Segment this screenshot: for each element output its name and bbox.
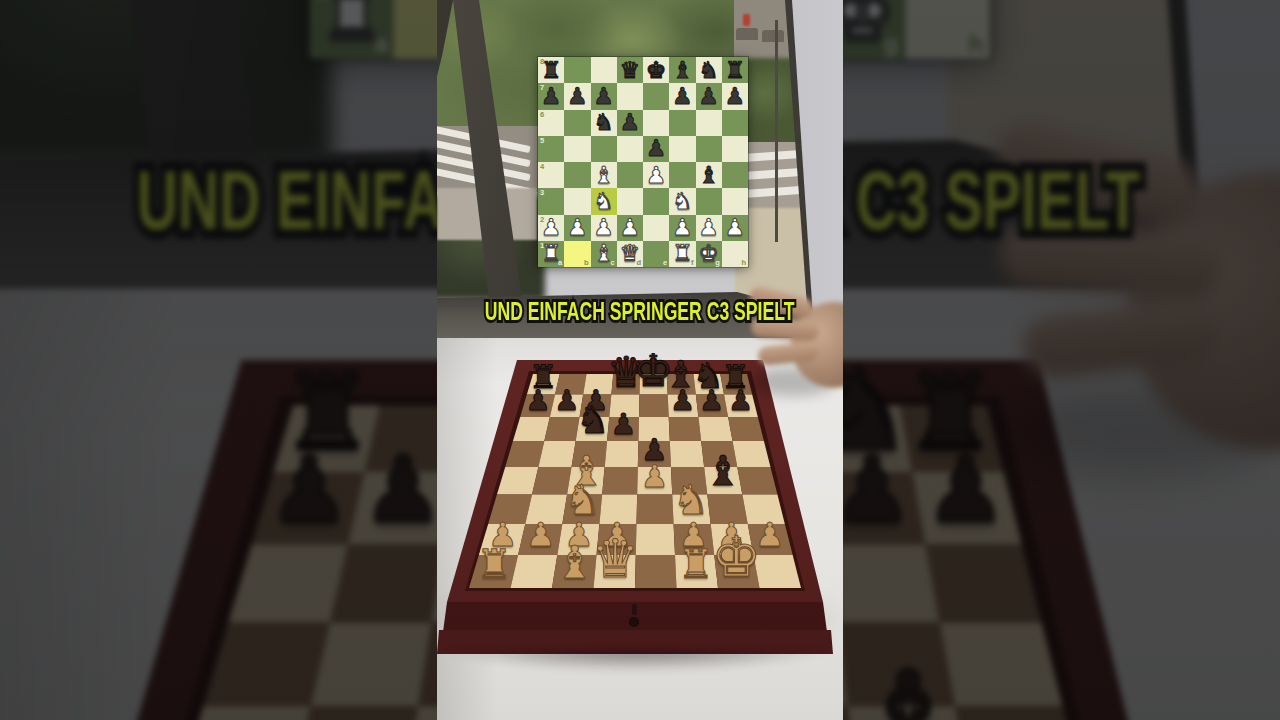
square-h7: ♟ (722, 83, 748, 109)
physical-piece-black-pawn-g7: ♟ (699, 387, 724, 415)
square-b3 (564, 188, 590, 214)
hand-finger (750, 317, 819, 342)
physical-piece-white-rook-a1: ♜ (476, 545, 512, 585)
file-label-e: e (663, 259, 667, 267)
rank-label-8: 8 (540, 58, 544, 66)
piece-black-pawn-e5: ♟ (643, 136, 669, 162)
physical-piece-white-pawn-d2: ♟ (602, 520, 631, 553)
square-d6: ♟ (617, 110, 643, 136)
board-base-shadow (437, 650, 833, 672)
physical-square-c1 (437, 0, 843, 720)
street-right (734, 142, 814, 212)
physical-piece-black-pawn-e5: ♟ (641, 435, 668, 465)
piece-black-knight-g8: ♞ (696, 57, 722, 83)
physical-square-b1 (437, 0, 843, 720)
physical-square-f8 (437, 0, 843, 720)
piece-black-pawn-h7: ♟ (722, 83, 748, 109)
physical-square-d8 (437, 0, 843, 720)
physical-square-f3 (437, 0, 843, 720)
physical-square-g8 (437, 0, 843, 720)
sidewalk-left (437, 188, 537, 240)
square-f4 (669, 162, 695, 188)
square-h5 (722, 136, 748, 162)
physical-square-e1 (437, 0, 843, 720)
square-h2: ♟ (722, 215, 748, 241)
right-panel-dim-overlay (843, 0, 1280, 720)
file-label-c: c (611, 259, 615, 267)
physical-square-b5 (437, 0, 843, 720)
square-h4 (722, 162, 748, 188)
trees-lower-left (437, 196, 545, 300)
physical-square-e8 (437, 0, 843, 720)
square-d8: ♛ (617, 57, 643, 83)
square-d3 (617, 188, 643, 214)
physical-piece-white-pawn-f2: ♟ (679, 520, 708, 553)
physical-board-frame-edge (437, 0, 843, 720)
piece-black-pawn-b7: ♟ (564, 83, 590, 109)
physical-piece-black-pawn-f7: ♟ (670, 387, 695, 415)
physical-square-b6 (437, 0, 843, 720)
file-label-h: h (741, 259, 746, 267)
piece-black-bishop-f8: ♝ (669, 57, 695, 83)
physical-square-c8 (437, 0, 843, 720)
hand-shadow (751, 368, 835, 396)
piece-black-king-e8: ♚ (643, 57, 669, 83)
square-a4: 4 (538, 162, 564, 188)
square-a5: 5 (538, 136, 564, 162)
square-d5 (617, 136, 643, 162)
street-left (437, 126, 539, 192)
rank-label-2: 2 (540, 216, 544, 224)
physical-piece-black-bishop-f8: ♝ (665, 357, 698, 394)
left-zoom-panel: ♜♛♚♝♞♜♟♟♟♟♟♟♞♟♟♝♟♝♞♞♟♟♟♟♟♟♟♜♝♛♜♚ 8♜♛♚♝♞♜… (0, 0, 437, 720)
physical-piece-white-bishop-c4: ♝ (568, 451, 605, 492)
square-c8 (591, 57, 617, 83)
square-b5 (564, 136, 590, 162)
piece-black-bishop-g4: ♝ (696, 162, 722, 188)
building-view (734, 0, 812, 78)
square-e3 (643, 188, 669, 214)
square-b7: ♟ (564, 83, 590, 109)
physical-square-a5 (437, 0, 843, 720)
physical-square-g2 (437, 0, 843, 720)
physical-square-c5 (437, 0, 843, 720)
crosswalk-stripe (736, 149, 808, 162)
piece-white-pawn-c2: ♟ (591, 215, 617, 241)
hand (749, 276, 843, 406)
square-d1: d♛ (617, 241, 643, 267)
crosswalk-stripe (437, 168, 531, 195)
physical-square-f1 (437, 0, 843, 720)
window-frame-corner (437, 0, 457, 80)
wall-right (437, 0, 843, 348)
physical-square-f2 (437, 0, 843, 720)
file-label-d: d (636, 259, 641, 267)
caption-outline: UND EINFACH SPRINGER C3 SPIELT (485, 296, 795, 327)
piece-black-pawn-d6: ♟ (617, 110, 643, 136)
crosswalk-stripe (437, 154, 531, 181)
file-label-a: a (558, 259, 562, 267)
window-frame-mullion (437, 0, 843, 348)
physical-square-e5 (437, 0, 843, 720)
square-c5 (591, 136, 617, 162)
physical-piece-black-knight-g8: ♞ (692, 358, 724, 394)
square-d7 (617, 83, 643, 109)
physical-square-g7 (437, 0, 843, 720)
physical-piece-white-knight-c3: ♞ (564, 480, 601, 521)
square-b6 (564, 110, 590, 136)
physical-piece-white-knight-f3: ♞ (672, 480, 709, 521)
physical-square-b8 (437, 0, 843, 720)
right-zoom-panel: ♜♛♚♝♞♜♟♟♟♟♟♟♞♟♟♝♟♝♞♞♟♟♟♟♟♟♟♜♝♛♜♚ 8♜♛♚♝♞♜… (843, 0, 1280, 720)
square-c6: ♞ (591, 110, 617, 136)
piece-white-pawn-a2: ♟ (538, 215, 564, 241)
physical-piece-black-rook-a8: ♜ (529, 361, 558, 393)
window-frame-right-edge (437, 0, 843, 348)
physical-square-a7 (437, 0, 843, 720)
physical-piece-white-pawn-a2: ♟ (488, 520, 517, 553)
crosswalk-stripe (736, 185, 808, 198)
physical-square-d5 (437, 0, 843, 720)
square-b4 (564, 162, 590, 188)
traffic-light (743, 14, 750, 26)
physical-square-d7 (437, 0, 843, 720)
physical-square-e2 (437, 0, 843, 720)
physical-square-c3 (437, 0, 843, 720)
left-panel-dim-overlay (0, 0, 437, 720)
square-h1: h (722, 241, 748, 267)
drawer-keyhole (632, 604, 637, 615)
physical-square-c7 (437, 0, 843, 720)
square-c3: ♞ (591, 188, 617, 214)
piece-white-king-g1: ♚ (696, 241, 722, 267)
awning (736, 28, 758, 40)
square-e5: ♟ (643, 136, 669, 162)
physical-square-d2 (437, 0, 843, 720)
file-label-b: b (584, 259, 589, 267)
physical-piece-white-pawn-c2: ♟ (564, 520, 593, 553)
square-g3 (696, 188, 722, 214)
piece-black-pawn-g7: ♟ (696, 83, 722, 109)
caption-text: UND EINFACH SPRINGER C3 SPIELT (485, 296, 795, 326)
windowsill (437, 292, 843, 348)
square-a6: 6 (538, 110, 564, 136)
piece-white-rook-f1: ♜ (669, 241, 695, 267)
physical-square-h5 (437, 0, 843, 720)
physical-piece-black-knight-c6: ♞ (576, 402, 610, 440)
physical-chess-board: ♜♛♚♝♞♜♟♟♟♟♟♟♞♟♟♝♟♝♞♞♟♟♟♟♟♟♟♜♝♛♜♚ (437, 0, 843, 720)
square-b8 (564, 57, 590, 83)
piece-white-bishop-c4: ♝ (591, 162, 617, 188)
piece-white-pawn-d2: ♟ (617, 215, 643, 241)
square-a3: 3 (538, 188, 564, 214)
piece-black-rook-a8: ♜ (538, 57, 564, 83)
square-e7 (643, 83, 669, 109)
physical-piece-black-pawn-d6: ♟ (610, 410, 636, 439)
piece-black-knight-c6: ♞ (591, 110, 617, 136)
square-c1: c♝ (591, 241, 617, 267)
physical-piece-black-pawn-b7: ♟ (554, 387, 579, 415)
piece-white-knight-c3: ♞ (591, 188, 617, 214)
square-e2 (643, 215, 669, 241)
physical-square-f5 (437, 0, 843, 720)
trees-view (437, 0, 783, 150)
physical-piece-white-queen-d1: ♛ (591, 533, 638, 586)
drawer-knob (629, 617, 639, 626)
square-a1: 1a♜ (538, 241, 564, 267)
physical-square-g3 (437, 0, 843, 720)
awning (788, 32, 808, 44)
piece-black-pawn-a7: ♟ (538, 83, 564, 109)
physical-square-g6 (437, 0, 843, 720)
piece-white-pawn-b2: ♟ (564, 215, 590, 241)
square-f5 (669, 136, 695, 162)
physical-square-h3 (437, 0, 843, 720)
pavement-right (735, 208, 817, 300)
piece-white-queen-d1: ♛ (617, 241, 643, 267)
physical-square-b2 (437, 0, 843, 720)
piece-white-pawn-g2: ♟ (696, 215, 722, 241)
physical-square-b4 (437, 0, 843, 720)
rank-label-1: 1 (540, 242, 544, 250)
physical-square-g1 (437, 0, 843, 720)
hand-finger (747, 285, 814, 321)
physical-square-h6 (437, 0, 843, 720)
crosswalk-stripe (736, 167, 808, 180)
square-e4: ♟ (643, 162, 669, 188)
physical-square-b7 (437, 0, 843, 720)
piece-black-pawn-c7: ♟ (591, 83, 617, 109)
square-h6 (722, 110, 748, 136)
physical-piece-black-bishop-g4: ♝ (704, 451, 741, 492)
rank-label-6: 6 (540, 111, 544, 119)
square-d4 (617, 162, 643, 188)
physical-square-a8 (437, 0, 843, 720)
square-e1: e (643, 241, 669, 267)
square-h3 (722, 188, 748, 214)
physical-square-a2 (437, 0, 843, 720)
physical-square-a4 (437, 0, 843, 720)
square-h8: ♜ (722, 57, 748, 83)
physical-square-h2 (437, 0, 843, 720)
square-g2: ♟ (696, 215, 722, 241)
physical-square-h7 (437, 0, 843, 720)
physical-piece-white-pawn-b2: ♟ (526, 520, 555, 553)
square-g6 (696, 110, 722, 136)
physical-square-f6 (437, 0, 843, 720)
square-f2: ♟ (669, 215, 695, 241)
physical-piece-white-pawn-h2: ♟ (755, 520, 784, 553)
physical-piece-white-king-g1: ♚ (711, 530, 761, 585)
square-g7: ♟ (696, 83, 722, 109)
rank-label-7: 7 (540, 84, 544, 92)
crosswalk-stripe (437, 126, 531, 153)
crosswalk-stripe (437, 140, 531, 167)
trees-right (733, 58, 813, 146)
square-b2: ♟ (564, 215, 590, 241)
physical-piece-black-rook-h8: ♜ (721, 361, 750, 393)
piece-white-pawn-f2: ♟ (669, 215, 695, 241)
physical-square-h8 (437, 0, 843, 720)
square-e8: ♚ (643, 57, 669, 83)
physical-board-frame (437, 0, 843, 720)
physical-piece-black-queen-d8: ♛ (607, 351, 645, 394)
hand-palm (791, 302, 843, 388)
physical-square-a6 (437, 0, 843, 720)
square-a7: 7♟ (538, 83, 564, 109)
physical-square-d1 (437, 0, 843, 720)
square-f1: f♜ (669, 241, 695, 267)
square-c2: ♟ (591, 215, 617, 241)
physical-square-g5 (437, 0, 843, 720)
piece-white-bishop-c1: ♝ (591, 241, 617, 267)
physical-square-c6 (437, 0, 843, 720)
file-label-g: g (715, 259, 720, 267)
physical-piece-white-bishop-c1: ♝ (555, 540, 596, 585)
physical-square-d4 (437, 0, 843, 720)
square-f8: ♝ (669, 57, 695, 83)
piece-white-pawn-h2: ♟ (722, 215, 748, 241)
caption: UND EINFACH SPRINGER C3 SPIELTUND EINFAC… (437, 296, 843, 322)
physical-square-e3 (437, 0, 843, 720)
video-content: ♜♛♚♝♞♜♟♟♟♟♟♟♞♟♟♝♟♝♞♞♟♟♟♟♟♟♟♜♝♛♜♚ 8♜♛♚♝♞♜… (437, 0, 843, 720)
physical-square-d6 (437, 0, 843, 720)
center-video: ♜♛♚♝♞♜♟♟♟♟♟♟♞♟♟♝♟♝♞♞♟♟♟♟♟♟♟♜♝♛♜♚ 8♜♛♚♝♞♜… (437, 0, 843, 720)
physical-square-c2 (437, 0, 843, 720)
square-a2: 2♟ (538, 215, 564, 241)
square-f7: ♟ (669, 83, 695, 109)
square-g4: ♝ (696, 162, 722, 188)
square-g8: ♞ (696, 57, 722, 83)
square-b1: b (564, 241, 590, 267)
physical-piece-black-pawn-a7: ♟ (525, 387, 550, 415)
piece-white-pawn-e4: ♟ (643, 162, 669, 188)
physical-square-f4 (437, 0, 843, 720)
square-a8: 8♜ (538, 57, 564, 83)
physical-square-h4 (437, 0, 843, 720)
physical-piece-black-king-e8: ♚ (633, 349, 673, 394)
physical-square-f7 (437, 0, 843, 720)
square-f3: ♞ (669, 188, 695, 214)
physical-square-e6 (437, 0, 843, 720)
physical-square-c4 (437, 0, 843, 720)
board-box-base (437, 0, 843, 720)
physical-square-g4 (437, 0, 843, 720)
physical-square-e4 (437, 0, 843, 720)
piece-black-queen-d8: ♛ (617, 57, 643, 83)
hand-finger (757, 341, 819, 366)
square-d2: ♟ (617, 215, 643, 241)
physical-square-b3 (437, 0, 843, 720)
square-g5 (696, 136, 722, 162)
piece-black-rook-h8: ♜ (722, 57, 748, 83)
physical-piece-white-pawn-g2: ♟ (717, 520, 746, 553)
rank-label-5: 5 (540, 137, 544, 145)
awning (762, 30, 784, 42)
piece-black-pawn-f7: ♟ (669, 83, 695, 109)
caption-inner: UND EINFACH SPRINGER C3 SPIELTUND EINFAC… (485, 296, 795, 327)
physical-square-d3 (437, 0, 843, 720)
physical-piece-white-rook-f1: ♜ (678, 545, 714, 585)
square-c7: ♟ (591, 83, 617, 109)
digital-chess-board: 8♜♛♚♝♞♜7♟♟♟♟♟♟6♞♟5♟4♝♟♝3♞♞2♟♟♟♟♟♟♟1a♜bc♝… (538, 57, 748, 267)
square-c4: ♝ (591, 162, 617, 188)
square-g1: g♚ (696, 241, 722, 267)
board-shadow (437, 572, 843, 672)
rank-label-4: 4 (540, 163, 544, 171)
physical-square-a3 (437, 0, 843, 720)
board-box-front (437, 0, 843, 720)
piece-white-knight-f3: ♞ (669, 188, 695, 214)
file-label-f: f (691, 259, 694, 267)
video-frame-stage: ♜♛♚♝♞♜♟♟♟♟♟♟♞♟♟♝♟♝♞♞♟♟♟♟♟♟♟♜♝♛♜♚ 8♜♛♚♝♞♜… (0, 0, 1280, 720)
table-shading (437, 338, 497, 720)
table-surface (437, 338, 843, 720)
street-pole (775, 20, 778, 242)
physical-square-h1 (437, 0, 843, 720)
square-e6 (643, 110, 669, 136)
physical-square-a1 (437, 0, 843, 720)
physical-piece-black-pawn-h7: ♟ (728, 387, 753, 415)
square-f6 (669, 110, 695, 136)
physical-square-e7 (437, 0, 843, 720)
physical-piece-white-pawn-e4: ♟ (641, 461, 669, 492)
rank-label-3: 3 (540, 189, 544, 197)
piece-white-rook-a1: ♜ (538, 241, 564, 267)
physical-piece-black-pawn-c7: ♟ (583, 387, 608, 415)
